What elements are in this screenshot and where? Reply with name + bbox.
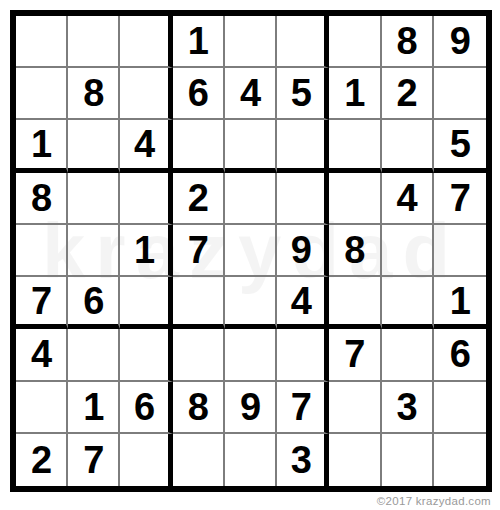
cell-r6c9[interactable]: 1 <box>434 277 486 329</box>
cell-r1c1[interactable] <box>16 16 68 68</box>
given-digit: 4 <box>291 282 311 320</box>
cell-r6c1[interactable]: 7 <box>16 277 68 329</box>
cell-r2c6[interactable]: 5 <box>277 68 329 120</box>
cell-r5c5[interactable] <box>225 225 277 277</box>
given-digit: 1 <box>83 388 103 426</box>
copyright-text: ©2017 krazydad.com <box>377 495 491 507</box>
cell-r7c7[interactable]: 7 <box>329 329 381 381</box>
given-digit: 2 <box>397 74 417 112</box>
given-digit: 3 <box>291 441 311 479</box>
cell-r7c6[interactable] <box>277 329 329 381</box>
cell-r5c2[interactable] <box>68 225 120 277</box>
cell-r3c2[interactable] <box>68 120 120 172</box>
cell-r1c7[interactable] <box>329 16 381 68</box>
given-digit: 9 <box>240 388 260 426</box>
cell-r7c2[interactable] <box>68 329 120 381</box>
cell-r4c1[interactable]: 8 <box>16 173 68 225</box>
given-digit: 8 <box>188 388 208 426</box>
cell-r2c9[interactable] <box>434 68 486 120</box>
cell-r9c9[interactable] <box>434 434 486 486</box>
given-digit: 5 <box>450 125 470 163</box>
cell-r3c7[interactable] <box>329 120 381 172</box>
cell-r1c2[interactable] <box>68 16 120 68</box>
given-digit: 4 <box>31 335 51 373</box>
cell-r6c6[interactable]: 4 <box>277 277 329 329</box>
given-digit: 8 <box>31 179 51 217</box>
cell-r4c6[interactable] <box>277 173 329 225</box>
cell-r9c2[interactable]: 7 <box>68 434 120 486</box>
cell-r6c8[interactable] <box>382 277 434 329</box>
cell-r8c9[interactable] <box>434 382 486 434</box>
cell-r4c9[interactable]: 7 <box>434 173 486 225</box>
cell-r8c8[interactable]: 3 <box>382 382 434 434</box>
given-digit: 6 <box>450 335 470 373</box>
cell-r7c1[interactable]: 4 <box>16 329 68 381</box>
given-digit: 7 <box>31 282 51 320</box>
cell-r7c4[interactable] <box>173 329 225 381</box>
cell-r6c4[interactable] <box>173 277 225 329</box>
cell-r3c1[interactable]: 1 <box>16 120 68 172</box>
given-digit: 8 <box>344 231 364 269</box>
given-digit: 9 <box>450 22 470 60</box>
cell-r4c7[interactable] <box>329 173 381 225</box>
cell-r3c5[interactable] <box>225 120 277 172</box>
cell-r2c4[interactable]: 6 <box>173 68 225 120</box>
cell-r8c6[interactable]: 7 <box>277 382 329 434</box>
given-digit: 6 <box>83 282 103 320</box>
cell-r8c1[interactable] <box>16 382 68 434</box>
given-digit: 2 <box>188 179 208 217</box>
given-digit: 2 <box>31 441 51 479</box>
cell-r5c3[interactable]: 1 <box>120 225 172 277</box>
given-digit: 3 <box>397 388 417 426</box>
given-digit: 7 <box>450 179 470 217</box>
given-digit: 7 <box>291 388 311 426</box>
cell-r9c5[interactable] <box>225 434 277 486</box>
cell-r3c9[interactable]: 5 <box>434 120 486 172</box>
cell-r2c2[interactable]: 8 <box>68 68 120 120</box>
cell-r1c5[interactable] <box>225 16 277 68</box>
cell-r9c8[interactable] <box>382 434 434 486</box>
given-digit: 8 <box>397 22 417 60</box>
given-digit: 1 <box>450 282 470 320</box>
cell-r3c4[interactable] <box>173 120 225 172</box>
cell-r1c8[interactable]: 8 <box>382 16 434 68</box>
cell-r5c1[interactable] <box>16 225 68 277</box>
cell-r9c6[interactable]: 3 <box>277 434 329 486</box>
cell-r3c3[interactable]: 4 <box>120 120 172 172</box>
cell-r6c2[interactable]: 6 <box>68 277 120 329</box>
given-digit: 8 <box>83 74 103 112</box>
given-digit: 1 <box>188 22 208 60</box>
cell-r1c9[interactable]: 9 <box>434 16 486 68</box>
cell-r8c2[interactable]: 1 <box>68 382 120 434</box>
cell-r5c8[interactable] <box>382 225 434 277</box>
cell-r9c4[interactable] <box>173 434 225 486</box>
cell-r7c8[interactable] <box>382 329 434 381</box>
given-digit: 4 <box>397 179 417 217</box>
cell-r5c9[interactable] <box>434 225 486 277</box>
cell-r4c3[interactable] <box>120 173 172 225</box>
cell-r7c5[interactable] <box>225 329 277 381</box>
cell-r9c7[interactable] <box>329 434 381 486</box>
cell-r2c5[interactable]: 4 <box>225 68 277 120</box>
cell-r4c5[interactable] <box>225 173 277 225</box>
cell-r2c7[interactable]: 1 <box>329 68 381 120</box>
cell-r8c7[interactable] <box>329 382 381 434</box>
cell-r4c8[interactable]: 4 <box>382 173 434 225</box>
cell-r7c3[interactable] <box>120 329 172 381</box>
cell-r7c9[interactable]: 6 <box>434 329 486 381</box>
cell-r1c3[interactable] <box>120 16 172 68</box>
cell-r5c7[interactable]: 8 <box>329 225 381 277</box>
cell-r6c7[interactable] <box>329 277 381 329</box>
given-digit: 1 <box>31 125 51 163</box>
given-digit: 1 <box>134 231 154 269</box>
cell-r9c3[interactable] <box>120 434 172 486</box>
cell-r1c6[interactable] <box>277 16 329 68</box>
given-digit: 1 <box>344 74 364 112</box>
given-digit: 7 <box>188 231 208 269</box>
given-digit: 4 <box>240 74 260 112</box>
cell-r2c8[interactable]: 2 <box>382 68 434 120</box>
given-digit: 9 <box>291 231 311 269</box>
given-digit: 7 <box>83 441 103 479</box>
cell-r6c3[interactable] <box>120 277 172 329</box>
given-digit: 6 <box>134 388 154 426</box>
given-digit: 5 <box>291 74 311 112</box>
cell-r2c3[interactable] <box>120 68 172 120</box>
cell-r5c6[interactable]: 9 <box>277 225 329 277</box>
cell-r2c1[interactable] <box>16 68 68 120</box>
cell-r3c6[interactable] <box>277 120 329 172</box>
given-digit: 7 <box>344 335 364 373</box>
sudoku-page: krazydad 1898645121458247179876414761689… <box>0 0 500 510</box>
cell-r5c4[interactable]: 7 <box>173 225 225 277</box>
cell-r4c2[interactable] <box>68 173 120 225</box>
sudoku-board: krazydad 1898645121458247179876414761689… <box>10 10 492 492</box>
given-digit: 6 <box>188 74 208 112</box>
cell-r8c5[interactable]: 9 <box>225 382 277 434</box>
cell-r6c5[interactable] <box>225 277 277 329</box>
cell-r9c1[interactable]: 2 <box>16 434 68 486</box>
given-digit: 4 <box>134 125 154 163</box>
sudoku-grid: 189864512145824717987641476168973273 <box>16 16 486 486</box>
cell-r3c8[interactable] <box>382 120 434 172</box>
cell-r1c4[interactable]: 1 <box>173 16 225 68</box>
cell-r8c4[interactable]: 8 <box>173 382 225 434</box>
cell-r4c4[interactable]: 2 <box>173 173 225 225</box>
cell-r8c3[interactable]: 6 <box>120 382 172 434</box>
